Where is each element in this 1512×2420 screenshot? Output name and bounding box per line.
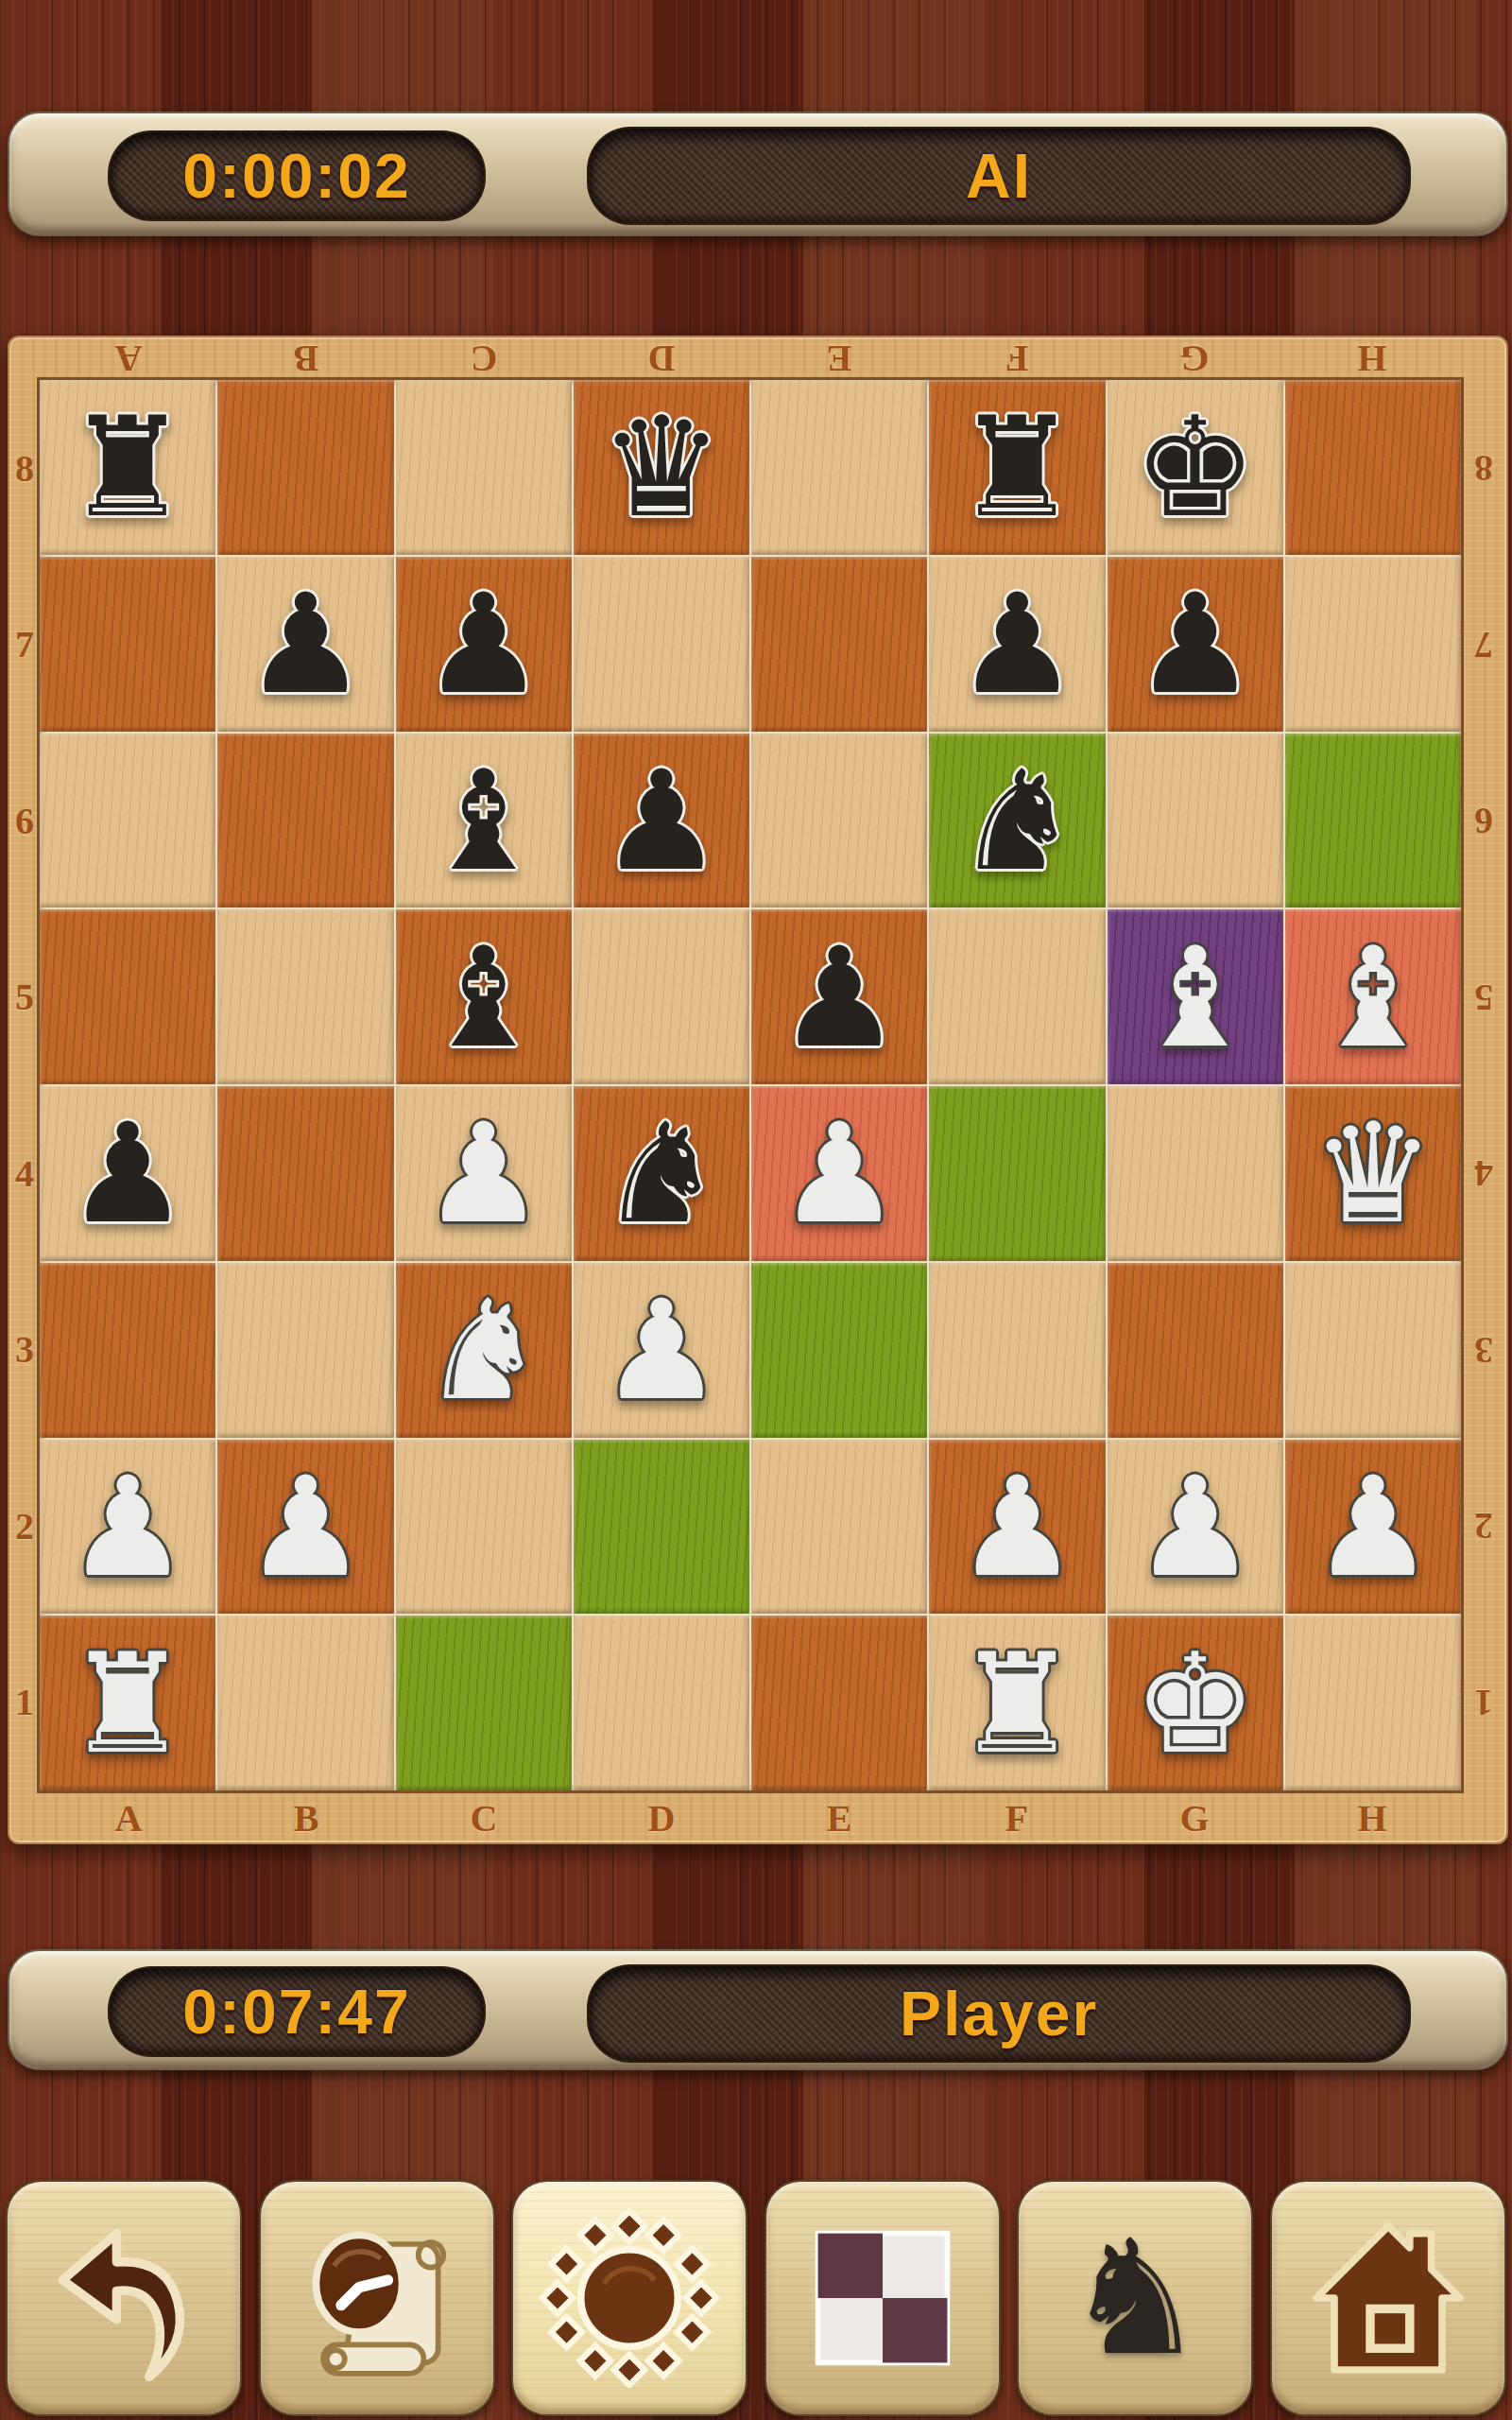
black-knight-d4[interactable]: ♞ [599, 1104, 723, 1242]
coordinate-label: H [1283, 1793, 1461, 1842]
square-d2[interactable] [574, 1440, 749, 1615]
square-g1[interactable]: ♚ [1108, 1616, 1283, 1790]
square-a6[interactable] [40, 734, 215, 908]
coordinate-label: 4 [9, 1085, 40, 1262]
coordinate-label: G [1106, 337, 1283, 380]
square-g4[interactable] [1108, 1086, 1283, 1261]
square-c7[interactable]: ♟ [396, 557, 572, 732]
undo-button[interactable] [6, 2180, 242, 2416]
black-knight-f6[interactable]: ♞ [955, 752, 1079, 890]
square-d4[interactable]: ♞ [574, 1086, 749, 1261]
home-icon [1298, 2208, 1478, 2388]
gear-sun-icon [540, 2208, 719, 2388]
black-pawn-d6[interactable]: ♟ [599, 752, 723, 890]
coordinate-label: 3 [1461, 1262, 1506, 1439]
coordinate-label: 6 [9, 733, 40, 909]
black-pawn-g7[interactable]: ♟ [1133, 575, 1257, 713]
coordinate-label: D [573, 337, 750, 380]
square-a5[interactable] [40, 909, 215, 1084]
square-e5[interactable]: ♟ [751, 909, 927, 1084]
black-rook-f8[interactable]: ♜ [955, 398, 1079, 536]
settings-button[interactable] [511, 2180, 747, 2416]
home-button[interactable] [1270, 2180, 1506, 2416]
white-pawn-b2[interactable]: ♟ [244, 1458, 368, 1596]
coordinate-label: 2 [1461, 1438, 1506, 1615]
coordinate-label: 5 [1461, 909, 1506, 1086]
player-timer-value: 0:07:47 [182, 1976, 411, 2048]
white-rook-a1[interactable]: ♜ [66, 1634, 190, 1772]
coordinate-label: E [750, 1793, 928, 1842]
square-h6[interactable] [1285, 734, 1461, 908]
white-pawn-c4[interactable]: ♟ [421, 1104, 545, 1242]
black-pawn-f7[interactable]: ♟ [955, 575, 1079, 713]
square-h7[interactable] [1285, 557, 1461, 732]
square-f8[interactable]: ♜ [929, 380, 1105, 555]
file-labels-bottom: ABCDEFGH [40, 1793, 1461, 1842]
square-h3[interactable] [1285, 1263, 1461, 1438]
coordinate-label: F [928, 1793, 1106, 1842]
coordinate-label: 7 [9, 557, 40, 734]
coordinate-label: 7 [1461, 557, 1506, 734]
square-c3[interactable]: ♞ [396, 1263, 572, 1438]
square-f7[interactable]: ♟ [929, 557, 1105, 732]
square-h5[interactable]: ♝ [1285, 909, 1461, 1084]
coordinate-label: F [928, 337, 1106, 380]
square-a8[interactable]: ♜ [40, 380, 215, 555]
coordinate-label: 5 [9, 909, 40, 1086]
human-player-bar: 0:07:47 Player [8, 1949, 1508, 2070]
coordinate-label: 1 [1461, 1615, 1506, 1791]
square-f4[interactable] [929, 1086, 1105, 1261]
square-h8[interactable] [1285, 380, 1461, 555]
white-pawn-h2[interactable]: ♟ [1311, 1458, 1435, 1596]
square-f6[interactable]: ♞ [929, 734, 1105, 908]
checkerboard-icon [793, 2208, 972, 2388]
square-g5[interactable]: ♝ [1108, 909, 1283, 1084]
square-d8[interactable]: ♛ [574, 380, 749, 555]
coordinate-label: 6 [1461, 733, 1506, 909]
black-pawn-a4[interactable]: ♟ [66, 1104, 190, 1242]
coordinate-label: 8 [9, 380, 40, 557]
black-queen-d8[interactable]: ♛ [599, 398, 723, 536]
square-b2[interactable]: ♟ [217, 1440, 393, 1615]
black-bishop-c5[interactable]: ♝ [421, 928, 545, 1066]
knight-icon: ♞ [1064, 2219, 1207, 2377]
board-grid: ♜♛♜♚♟♟♟♟♝♟♞♝♟♝♝♟♟♞♟♛♞♟♟♟♟♟♟♜♜♚ [40, 380, 1461, 1790]
square-f5[interactable] [929, 909, 1105, 1084]
coordinate-label: A [40, 1793, 217, 1842]
square-g6[interactable] [1108, 734, 1283, 908]
white-pawn-a2[interactable]: ♟ [66, 1458, 190, 1596]
coordinate-label: 3 [9, 1262, 40, 1439]
coordinate-label: B [217, 1793, 395, 1842]
black-rook-a8[interactable]: ♜ [66, 398, 190, 536]
coordinate-label: 1 [9, 1615, 40, 1791]
square-h1[interactable] [1285, 1616, 1461, 1790]
white-pawn-e4[interactable]: ♟ [778, 1104, 902, 1242]
move-history-button[interactable] [259, 2180, 495, 2416]
toolbar: ♞ [0, 2180, 1512, 2420]
ai-name-label: AI [966, 140, 1032, 212]
app-screen: 0:00:02 AI ABCDEFGH ABCDEFGH 87654321 87… [0, 0, 1512, 2420]
coordinate-label: G [1106, 1793, 1283, 1842]
square-e2[interactable] [751, 1440, 927, 1615]
square-a4[interactable]: ♟ [40, 1086, 215, 1261]
coordinate-label: D [573, 1793, 750, 1842]
rank-labels-left: 87654321 [9, 380, 40, 1790]
coordinate-label: A [40, 337, 217, 380]
square-f3[interactable] [929, 1263, 1105, 1438]
undo-arrow-icon [34, 2208, 214, 2388]
coordinate-label: H [1283, 337, 1461, 380]
square-e7[interactable] [751, 557, 927, 732]
coordinate-label: 2 [9, 1438, 40, 1615]
square-g3[interactable] [1108, 1263, 1283, 1438]
square-b3[interactable] [217, 1263, 393, 1438]
black-pawn-b7[interactable]: ♟ [244, 575, 368, 713]
chess-board: ABCDEFGH ABCDEFGH 87654321 87654321 ♜♛♜♚… [8, 336, 1508, 1844]
ai-name-plate: AI [587, 127, 1411, 225]
square-e4[interactable]: ♟ [751, 1086, 927, 1261]
square-h4[interactable]: ♛ [1285, 1086, 1461, 1261]
black-king-g8[interactable]: ♚ [1133, 398, 1257, 536]
clock-scroll-icon [287, 2208, 467, 2388]
coordinate-label: E [750, 337, 928, 380]
file-labels-top: ABCDEFGH [40, 337, 1461, 380]
coordinate-label: B [217, 337, 395, 380]
rank-labels-right: 87654321 [1461, 380, 1506, 1790]
square-f2[interactable]: ♟ [929, 1440, 1105, 1615]
square-e8[interactable] [751, 380, 927, 555]
black-pawn-e5[interactable]: ♟ [778, 928, 902, 1066]
square-e6[interactable] [751, 734, 927, 908]
square-c2[interactable] [396, 1440, 572, 1615]
white-king-g1[interactable]: ♚ [1133, 1634, 1257, 1772]
player-name-label: Player [900, 1978, 1098, 2049]
white-pawn-f2[interactable]: ♟ [955, 1458, 1079, 1596]
white-bishop-g5[interactable]: ♝ [1133, 928, 1257, 1066]
player-name-plate: Player [587, 1964, 1411, 2063]
square-g7[interactable]: ♟ [1108, 557, 1283, 732]
square-c1[interactable] [396, 1616, 572, 1790]
coordinate-label: 4 [1461, 1085, 1506, 1262]
square-c4[interactable]: ♟ [396, 1086, 572, 1261]
player-timer: 0:07:47 [108, 1966, 486, 2057]
white-rook-f1[interactable]: ♜ [955, 1634, 1079, 1772]
piece-style-button[interactable]: ♞ [1017, 2180, 1253, 2416]
white-pawn-d3[interactable]: ♟ [599, 1281, 723, 1419]
coordinate-label: C [395, 1793, 573, 1842]
square-e1[interactable] [751, 1616, 927, 1790]
square-f1[interactable]: ♜ [929, 1616, 1105, 1790]
square-a1[interactable]: ♜ [40, 1616, 215, 1790]
square-d1[interactable] [574, 1616, 749, 1790]
board-style-button[interactable] [765, 2180, 1001, 2416]
white-knight-c3[interactable]: ♞ [421, 1281, 545, 1419]
square-a7[interactable] [40, 557, 215, 732]
square-b4[interactable] [217, 1086, 393, 1261]
square-c8[interactable] [396, 380, 572, 555]
ai-timer-value: 0:00:02 [182, 140, 411, 212]
square-b7[interactable]: ♟ [217, 557, 393, 732]
square-d6[interactable]: ♟ [574, 734, 749, 908]
white-queen-h4[interactable]: ♛ [1311, 1104, 1435, 1242]
black-pawn-c7[interactable]: ♟ [421, 575, 545, 713]
square-a2[interactable]: ♟ [40, 1440, 215, 1615]
square-a3[interactable] [40, 1263, 215, 1438]
ai-timer: 0:00:02 [108, 130, 486, 221]
square-e3[interactable] [751, 1263, 927, 1438]
white-bishop-h5[interactable]: ♝ [1311, 928, 1435, 1066]
square-b5[interactable] [217, 909, 393, 1084]
square-d5[interactable] [574, 909, 749, 1084]
ai-player-bar: 0:00:02 AI [8, 112, 1508, 236]
square-c6[interactable]: ♝ [396, 734, 572, 908]
square-h2[interactable]: ♟ [1285, 1440, 1461, 1615]
coordinate-label: 8 [1461, 380, 1506, 557]
square-b8[interactable] [217, 380, 393, 555]
square-g2[interactable]: ♟ [1108, 1440, 1283, 1615]
white-pawn-g2[interactable]: ♟ [1133, 1458, 1257, 1596]
square-d3[interactable]: ♟ [574, 1263, 749, 1438]
square-b1[interactable] [217, 1616, 393, 1790]
square-g8[interactable]: ♚ [1108, 380, 1283, 555]
black-bishop-c6[interactable]: ♝ [421, 752, 545, 890]
coordinate-label: C [395, 337, 573, 380]
square-c5[interactable]: ♝ [396, 909, 572, 1084]
square-d7[interactable] [574, 557, 749, 732]
square-b6[interactable] [217, 734, 393, 908]
